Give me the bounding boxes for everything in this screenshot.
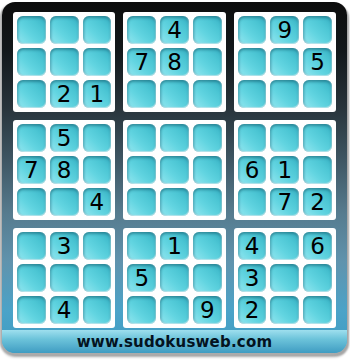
cell-r2c1[interactable] [17,48,46,76]
box-1: 21 [13,12,115,112]
box-6: 6172 [234,120,336,220]
cell-r4c6[interactable] [193,124,222,152]
cell-r7c6[interactable] [193,232,222,260]
cell-r4c5[interactable] [160,124,189,152]
cell-r1c6[interactable] [193,16,222,44]
cell-r3c7[interactable] [238,80,267,108]
cell-r5c6[interactable] [193,156,222,184]
cell-r3c2[interactable]: 2 [50,80,79,108]
cell-r9c6[interactable]: 9 [193,296,222,324]
cell-r2c4[interactable]: 7 [127,48,156,76]
cell-r5c1[interactable]: 7 [17,156,46,184]
cell-r7c7[interactable]: 4 [238,232,267,260]
cell-r5c2[interactable]: 8 [50,156,79,184]
cell-r8c3[interactable] [83,264,112,292]
cell-r4c9[interactable] [303,124,332,152]
cell-r5c3[interactable] [83,156,112,184]
cell-r2c2[interactable] [50,48,79,76]
cell-r1c1[interactable] [17,16,46,44]
box-7: 34 [13,228,115,328]
cell-r9c8[interactable] [270,296,299,324]
cell-r4c3[interactable] [83,124,112,152]
site-url: www.sudokusweb.com [77,333,272,351]
cell-r7c1[interactable] [17,232,46,260]
box-9: 4632 [234,228,336,328]
cell-r1c5[interactable]: 4 [160,16,189,44]
cell-r7c8[interactable] [270,232,299,260]
cell-r9c5[interactable] [160,296,189,324]
grid: 214789557846172341594632 [13,12,336,328]
cell-r3c5[interactable] [160,80,189,108]
cell-r1c7[interactable] [238,16,267,44]
cell-r4c2[interactable]: 5 [50,124,79,152]
cell-r2c5[interactable]: 8 [160,48,189,76]
cell-r8c2[interactable] [50,264,79,292]
cell-r5c4[interactable] [127,156,156,184]
cell-r6c9[interactable]: 2 [303,188,332,216]
cell-r8c7[interactable]: 3 [238,264,267,292]
cell-r2c7[interactable] [238,48,267,76]
box-4: 5784 [13,120,115,220]
cell-r6c7[interactable] [238,188,267,216]
cell-r9c9[interactable] [303,296,332,324]
cell-r7c2[interactable]: 3 [50,232,79,260]
cell-r8c1[interactable] [17,264,46,292]
cell-r5c9[interactable] [303,156,332,184]
cell-r3c8[interactable] [270,80,299,108]
cell-r6c2[interactable] [50,188,79,216]
cell-r8c6[interactable] [193,264,222,292]
cell-r2c9[interactable]: 5 [303,48,332,76]
box-3: 95 [234,12,336,112]
cell-r4c8[interactable] [270,124,299,152]
footer-bar: www.sudokusweb.com [2,330,347,353]
cell-r6c3[interactable]: 4 [83,188,112,216]
cell-r6c8[interactable]: 7 [270,188,299,216]
cell-r8c8[interactable] [270,264,299,292]
cell-r4c1[interactable] [17,124,46,152]
cell-r2c8[interactable] [270,48,299,76]
cell-r9c1[interactable] [17,296,46,324]
cell-r8c9[interactable] [303,264,332,292]
cell-r7c4[interactable] [127,232,156,260]
cell-r4c7[interactable] [238,124,267,152]
cell-r1c3[interactable] [83,16,112,44]
cell-r1c8[interactable]: 9 [270,16,299,44]
cell-r3c1[interactable] [17,80,46,108]
cell-r1c4[interactable] [127,16,156,44]
cell-r3c4[interactable] [127,80,156,108]
cell-r9c2[interactable]: 4 [50,296,79,324]
box-8: 159 [123,228,225,328]
cell-r7c3[interactable] [83,232,112,260]
cell-r8c5[interactable] [160,264,189,292]
cell-r6c4[interactable] [127,188,156,216]
box-2: 478 [123,12,225,112]
cell-r6c1[interactable] [17,188,46,216]
cell-r7c9[interactable]: 6 [303,232,332,260]
cell-r6c6[interactable] [193,188,222,216]
cell-r4c4[interactable] [127,124,156,152]
box-5 [123,120,225,220]
cell-r3c3[interactable]: 1 [83,80,112,108]
sudoku-board: 214789557846172341594632 www.sudokusweb.… [2,2,347,353]
cell-r9c3[interactable] [83,296,112,324]
cell-r1c9[interactable] [303,16,332,44]
cell-r3c6[interactable] [193,80,222,108]
cell-r8c4[interactable]: 5 [127,264,156,292]
cell-r5c8[interactable]: 1 [270,156,299,184]
cell-r7c5[interactable]: 1 [160,232,189,260]
cell-r5c7[interactable]: 6 [238,156,267,184]
cell-r3c9[interactable] [303,80,332,108]
cell-r6c5[interactable] [160,188,189,216]
cell-r9c4[interactable] [127,296,156,324]
cell-r9c7[interactable]: 2 [238,296,267,324]
cell-r5c5[interactable] [160,156,189,184]
cell-r2c6[interactable] [193,48,222,76]
cell-r2c3[interactable] [83,48,112,76]
cell-r1c2[interactable] [50,16,79,44]
